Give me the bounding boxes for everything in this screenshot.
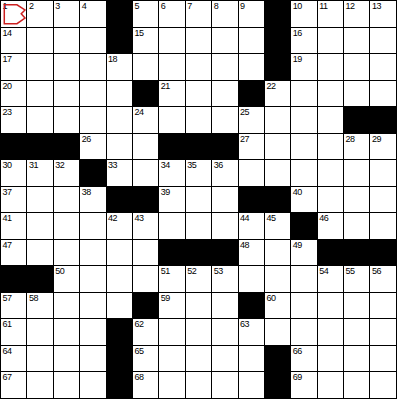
cell-r3c13[interactable] bbox=[318, 54, 343, 80]
cell-r14c5 bbox=[107, 346, 132, 372]
cell-r11c15[interactable]: 56 bbox=[370, 266, 395, 292]
cell-r9c7[interactable] bbox=[159, 213, 184, 239]
cell-r15c12[interactable]: 69 bbox=[291, 372, 316, 398]
cell-r11c3[interactable]: 50 bbox=[54, 266, 79, 292]
clue-number: 3 bbox=[55, 1, 60, 11]
cell-r13c15[interactable] bbox=[370, 319, 395, 345]
cell-r11c13[interactable]: 54 bbox=[318, 266, 343, 292]
cell-r6c4[interactable]: 26 bbox=[80, 134, 105, 160]
clue-number: 19 bbox=[293, 54, 302, 64]
clue-number: 43 bbox=[134, 213, 143, 223]
cell-r15c3[interactable] bbox=[54, 372, 79, 398]
cell-r11c11[interactable] bbox=[265, 266, 290, 292]
cell-r12c9[interactable] bbox=[212, 293, 237, 319]
cell-r12c7[interactable]: 59 bbox=[159, 293, 184, 319]
cell-r7c9[interactable]: 36 bbox=[212, 160, 237, 186]
clue-number: 11 bbox=[319, 1, 327, 11]
cell-r13c1[interactable]: 61 bbox=[1, 319, 26, 345]
cell-r8c3[interactable] bbox=[54, 187, 79, 213]
clue-number: 13 bbox=[372, 1, 381, 11]
clue-number: 5 bbox=[134, 1, 139, 11]
clue-number: 31 bbox=[29, 160, 38, 170]
clue-number: 38 bbox=[82, 187, 91, 197]
cell-r9c4[interactable] bbox=[80, 213, 105, 239]
cell-r12c15[interactable] bbox=[370, 293, 395, 319]
cell-r12c8[interactable] bbox=[186, 293, 211, 319]
cell-r11c6[interactable] bbox=[133, 266, 158, 292]
clue-number: 65 bbox=[134, 346, 143, 356]
cell-r9c1[interactable]: 41 bbox=[1, 213, 26, 239]
cell-r5c13[interactable] bbox=[318, 107, 343, 133]
clue-number: 21 bbox=[161, 81, 170, 91]
clue-number: 6 bbox=[161, 1, 166, 11]
clue-number: 28 bbox=[346, 134, 355, 144]
cell-r13c12[interactable] bbox=[291, 319, 316, 345]
cell-r5c1[interactable]: 23 bbox=[1, 107, 26, 133]
cell-r5c15 bbox=[370, 107, 395, 133]
cell-r14c13[interactable] bbox=[318, 346, 343, 372]
cell-r7c12[interactable] bbox=[291, 160, 316, 186]
cell-r5c12[interactable] bbox=[291, 107, 316, 133]
cell-r1c10[interactable]: 9 bbox=[239, 1, 264, 27]
crossword-app: 1234567891011121314151617181920212223242… bbox=[0, 0, 399, 400]
cell-r9c3[interactable] bbox=[54, 213, 79, 239]
cell-r8c4[interactable]: 38 bbox=[80, 187, 105, 213]
cell-r5c2[interactable] bbox=[27, 107, 52, 133]
cell-r8c9[interactable] bbox=[212, 187, 237, 213]
clue-number: 7 bbox=[187, 1, 192, 11]
cell-r5c9[interactable] bbox=[212, 107, 237, 133]
cell-r15c15[interactable] bbox=[370, 372, 395, 398]
cell-r12c10 bbox=[239, 293, 264, 319]
cell-r6c5[interactable] bbox=[107, 134, 132, 160]
cell-r3c2[interactable] bbox=[27, 54, 52, 80]
cell-r1c8[interactable]: 7 bbox=[186, 1, 211, 27]
cell-r6c1 bbox=[1, 134, 26, 160]
cell-r6c7 bbox=[159, 134, 184, 160]
cell-r8c11 bbox=[265, 187, 290, 213]
clue-number: 55 bbox=[346, 266, 355, 276]
cell-r1c6[interactable]: 5 bbox=[133, 1, 158, 27]
cell-r1c9[interactable]: 8 bbox=[212, 1, 237, 27]
clue-number: 15 bbox=[134, 28, 143, 38]
cell-r2c1[interactable]: 14 bbox=[1, 28, 26, 54]
cell-r15c9[interactable] bbox=[212, 372, 237, 398]
clue-number: 63 bbox=[240, 319, 249, 329]
clue-number: 20 bbox=[3, 81, 12, 91]
cell-r12c6 bbox=[133, 293, 158, 319]
cell-r6c3 bbox=[54, 134, 79, 160]
cell-r11c4[interactable] bbox=[80, 266, 105, 292]
cell-r7c14[interactable] bbox=[344, 160, 369, 186]
cell-r9c14[interactable] bbox=[344, 213, 369, 239]
cell-r7c10[interactable] bbox=[239, 160, 264, 186]
cell-r9c9[interactable] bbox=[212, 213, 237, 239]
cell-r9c8[interactable] bbox=[186, 213, 211, 239]
cell-r6c6[interactable] bbox=[133, 134, 158, 160]
cell-r10c14 bbox=[344, 240, 369, 266]
cell-r14c3[interactable] bbox=[54, 346, 79, 372]
cell-r2c12[interactable]: 16 bbox=[291, 28, 316, 54]
cell-r5c6[interactable]: 24 bbox=[133, 107, 158, 133]
cell-r14c8[interactable] bbox=[186, 346, 211, 372]
cell-r8c8[interactable] bbox=[186, 187, 211, 213]
cell-r13c13[interactable] bbox=[318, 319, 343, 345]
clue-number: 18 bbox=[108, 54, 117, 64]
cell-r3c11 bbox=[265, 54, 290, 80]
cell-r14c14[interactable] bbox=[344, 346, 369, 372]
cell-r2c8[interactable] bbox=[186, 28, 211, 54]
cell-r5c7[interactable] bbox=[159, 107, 184, 133]
cell-r6c15[interactable]: 29 bbox=[370, 134, 395, 160]
clue-number: 33 bbox=[108, 160, 117, 170]
clue-number: 25 bbox=[240, 107, 249, 117]
clue-number: 8 bbox=[214, 1, 219, 11]
clue-number: 59 bbox=[161, 293, 170, 303]
cell-r3c5[interactable]: 18 bbox=[107, 54, 132, 80]
cell-r5c3[interactable] bbox=[54, 107, 79, 133]
cell-r13c10[interactable]: 63 bbox=[239, 319, 264, 345]
cell-r4c6 bbox=[133, 81, 158, 107]
cell-r12c4[interactable] bbox=[80, 293, 105, 319]
clue-number: 45 bbox=[266, 213, 275, 223]
cell-r14c10[interactable] bbox=[239, 346, 264, 372]
clue-number: 30 bbox=[3, 160, 12, 170]
cell-r7c4 bbox=[80, 160, 105, 186]
cell-r7c15[interactable] bbox=[370, 160, 395, 186]
cell-r14c11 bbox=[265, 346, 290, 372]
cell-r8c15[interactable] bbox=[370, 187, 395, 213]
clue-number: 40 bbox=[293, 187, 302, 197]
cell-r3c10[interactable] bbox=[239, 54, 264, 80]
cell-r7c1[interactable]: 30 bbox=[1, 160, 26, 186]
cell-r9c6[interactable]: 43 bbox=[133, 213, 158, 239]
cell-r12c3[interactable] bbox=[54, 293, 79, 319]
cell-r1c11 bbox=[265, 1, 290, 27]
cell-r14c12[interactable]: 66 bbox=[291, 346, 316, 372]
cell-r8c1[interactable]: 37 bbox=[1, 187, 26, 213]
cell-r2c6[interactable]: 15 bbox=[133, 28, 158, 54]
clue-number: 57 bbox=[3, 293, 12, 303]
cell-r6c9 bbox=[212, 134, 237, 160]
clue-number: 53 bbox=[214, 266, 223, 276]
cell-r11c2 bbox=[27, 266, 52, 292]
cell-r4c10 bbox=[239, 81, 264, 107]
crossword-board: 1234567891011121314151617181920212223242… bbox=[0, 0, 397, 399]
clue-number: 51 bbox=[161, 266, 170, 276]
cell-r10c15 bbox=[370, 240, 395, 266]
cell-r2c4[interactable] bbox=[80, 28, 105, 54]
clue-number: 52 bbox=[187, 266, 196, 276]
cell-r1c13[interactable]: 11 bbox=[318, 1, 343, 27]
cell-r13c2[interactable] bbox=[27, 319, 52, 345]
cell-r8c10 bbox=[239, 187, 264, 213]
cell-r15c13[interactable] bbox=[318, 372, 343, 398]
cell-r7c2[interactable]: 31 bbox=[27, 160, 52, 186]
cell-r2c11 bbox=[265, 28, 290, 54]
cell-r1c1[interactable]: 1 bbox=[1, 1, 26, 27]
cell-r6c13[interactable] bbox=[318, 134, 343, 160]
cell-r11c7[interactable]: 51 bbox=[159, 266, 184, 292]
cell-r2c5 bbox=[107, 28, 132, 54]
cell-r10c2[interactable] bbox=[27, 240, 52, 266]
clue-number: 56 bbox=[372, 266, 381, 276]
cell-r10c12[interactable]: 49 bbox=[291, 240, 316, 266]
clue-number: 64 bbox=[3, 346, 12, 356]
cell-r1c14[interactable]: 12 bbox=[344, 1, 369, 27]
cell-r8c13[interactable] bbox=[318, 187, 343, 213]
cell-r2c14[interactable] bbox=[344, 28, 369, 54]
cell-r7c7[interactable]: 34 bbox=[159, 160, 184, 186]
clue-number: 29 bbox=[372, 134, 381, 144]
clue-number: 68 bbox=[134, 372, 143, 382]
clue-number: 34 bbox=[161, 160, 170, 170]
clue-number: 44 bbox=[240, 213, 249, 223]
cell-r10c1[interactable]: 47 bbox=[1, 240, 26, 266]
clue-number: 49 bbox=[293, 240, 302, 250]
cell-r12c13[interactable] bbox=[318, 293, 343, 319]
cell-r7c8[interactable]: 35 bbox=[186, 160, 211, 186]
clue-number: 69 bbox=[293, 372, 302, 382]
cell-r14c6[interactable]: 65 bbox=[133, 346, 158, 372]
cell-r4c14[interactable] bbox=[344, 81, 369, 107]
clue-number: 48 bbox=[240, 240, 249, 250]
clue-number: 41 bbox=[3, 213, 12, 223]
cell-r7c13[interactable] bbox=[318, 160, 343, 186]
cell-r15c6[interactable]: 68 bbox=[133, 372, 158, 398]
clue-number: 35 bbox=[187, 160, 196, 170]
cell-r4c9[interactable] bbox=[212, 81, 237, 107]
cell-r12c2[interactable]: 58 bbox=[27, 293, 52, 319]
cell-r4c12[interactable] bbox=[291, 81, 316, 107]
cell-r12c1[interactable]: 57 bbox=[1, 293, 26, 319]
clue-number: 66 bbox=[293, 346, 302, 356]
cell-r4c13[interactable] bbox=[318, 81, 343, 107]
clue-number: 23 bbox=[3, 107, 12, 117]
clue-number: 12 bbox=[346, 1, 355, 11]
cell-r2c10[interactable] bbox=[239, 28, 264, 54]
cell-r11c8[interactable]: 52 bbox=[186, 266, 211, 292]
cell-r3c3[interactable] bbox=[54, 54, 79, 80]
cell-r10c7 bbox=[159, 240, 184, 266]
cell-r4c4[interactable] bbox=[80, 81, 105, 107]
cell-r9c15[interactable] bbox=[370, 213, 395, 239]
cell-r10c3[interactable] bbox=[54, 240, 79, 266]
cell-r6c10[interactable]: 27 bbox=[239, 134, 264, 160]
cell-r9c12 bbox=[291, 213, 316, 239]
cell-r10c10[interactable]: 48 bbox=[239, 240, 264, 266]
cell-r6c8 bbox=[186, 134, 211, 160]
cell-r12c14[interactable] bbox=[344, 293, 369, 319]
clue-number: 37 bbox=[3, 187, 12, 197]
clue-number: 26 bbox=[82, 134, 91, 144]
cell-r11c14[interactable]: 55 bbox=[344, 266, 369, 292]
cell-r4c11[interactable]: 22 bbox=[265, 81, 290, 107]
clue-number: 60 bbox=[266, 293, 275, 303]
cell-r7c3[interactable]: 32 bbox=[54, 160, 79, 186]
cell-r2c3[interactable] bbox=[54, 28, 79, 54]
cell-r4c5[interactable] bbox=[107, 81, 132, 107]
cell-r8c12[interactable]: 40 bbox=[291, 187, 316, 213]
cell-r13c14[interactable] bbox=[344, 319, 369, 345]
cell-r3c12[interactable]: 19 bbox=[291, 54, 316, 80]
cell-r5c10[interactable]: 25 bbox=[239, 107, 264, 133]
cell-r5c11[interactable] bbox=[265, 107, 290, 133]
cell-r15c5 bbox=[107, 372, 132, 398]
cell-r9c10[interactable]: 44 bbox=[239, 213, 264, 239]
cell-r14c15[interactable] bbox=[370, 346, 395, 372]
clue-number: 27 bbox=[240, 134, 249, 144]
cell-r5c5[interactable] bbox=[107, 107, 132, 133]
clue-number: 62 bbox=[134, 319, 143, 329]
cell-r10c11[interactable] bbox=[265, 240, 290, 266]
cell-r5c14 bbox=[344, 107, 369, 133]
cell-r11c9[interactable]: 53 bbox=[212, 266, 237, 292]
clue-number: 67 bbox=[3, 372, 12, 382]
cell-r4c1[interactable]: 20 bbox=[1, 81, 26, 107]
cell-r3c4[interactable] bbox=[80, 54, 105, 80]
cell-r9c11[interactable]: 45 bbox=[265, 213, 290, 239]
cell-r7c11[interactable] bbox=[265, 160, 290, 186]
clue-number: 58 bbox=[29, 293, 38, 303]
cell-r13c11[interactable] bbox=[265, 319, 290, 345]
cell-r11c10[interactable] bbox=[239, 266, 264, 292]
cell-r6c11[interactable] bbox=[265, 134, 290, 160]
clue-number: 47 bbox=[3, 240, 12, 250]
cell-r14c1[interactable]: 64 bbox=[1, 346, 26, 372]
cell-r11c1 bbox=[1, 266, 26, 292]
cell-r10c4[interactable] bbox=[80, 240, 105, 266]
cell-r1c15[interactable]: 13 bbox=[370, 1, 395, 27]
cell-r13c4[interactable] bbox=[80, 319, 105, 345]
cell-r3c7[interactable] bbox=[159, 54, 184, 80]
cell-r12c12[interactable] bbox=[291, 293, 316, 319]
cell-r9c5[interactable]: 42 bbox=[107, 213, 132, 239]
cell-r15c10[interactable] bbox=[239, 372, 264, 398]
cell-r8c2[interactable] bbox=[27, 187, 52, 213]
cell-r3c15[interactable] bbox=[370, 54, 395, 80]
cell-r7c6[interactable] bbox=[133, 160, 158, 186]
cell-r3c9[interactable] bbox=[212, 54, 237, 80]
cell-r5c8[interactable] bbox=[186, 107, 211, 133]
cell-r15c1[interactable]: 67 bbox=[1, 372, 26, 398]
clue-number: 14 bbox=[3, 28, 12, 38]
clue-number: 2 bbox=[29, 1, 34, 11]
cell-r8c6 bbox=[133, 187, 158, 213]
cell-r2c13[interactable] bbox=[318, 28, 343, 54]
clue-number: 36 bbox=[214, 160, 223, 170]
cell-r4c15[interactable] bbox=[370, 81, 395, 107]
cell-r13c7[interactable] bbox=[159, 319, 184, 345]
cell-r13c6[interactable]: 62 bbox=[133, 319, 158, 345]
cell-r6c2 bbox=[27, 134, 52, 160]
cell-r13c9[interactable] bbox=[212, 319, 237, 345]
cell-r8c14[interactable] bbox=[344, 187, 369, 213]
cell-r7c5[interactable]: 33 bbox=[107, 160, 132, 186]
cell-r15c2[interactable] bbox=[27, 372, 52, 398]
cell-r10c5[interactable] bbox=[107, 240, 132, 266]
cell-r6c12[interactable] bbox=[291, 134, 316, 160]
cell-r4c7[interactable]: 21 bbox=[159, 81, 184, 107]
clue-number: 22 bbox=[266, 81, 275, 91]
cell-r3c14[interactable] bbox=[344, 54, 369, 80]
cell-r9c2[interactable] bbox=[27, 213, 52, 239]
cell-r5c4[interactable] bbox=[80, 107, 105, 133]
cell-r8c5 bbox=[107, 187, 132, 213]
clue-number: 16 bbox=[293, 28, 302, 38]
cell-r11c12[interactable] bbox=[291, 266, 316, 292]
clue-number: 50 bbox=[55, 266, 64, 276]
cell-r13c5 bbox=[107, 319, 132, 345]
cell-r2c15[interactable] bbox=[370, 28, 395, 54]
cell-r1c5 bbox=[107, 1, 132, 27]
cell-r2c7[interactable] bbox=[159, 28, 184, 54]
clue-number: 10 bbox=[293, 1, 302, 11]
clue-number: 61 bbox=[3, 319, 12, 329]
clue-number: 39 bbox=[161, 187, 170, 197]
cell-r2c2[interactable] bbox=[27, 28, 52, 54]
cell-r9c13[interactable]: 46 bbox=[318, 213, 343, 239]
clue-number: 42 bbox=[108, 213, 117, 223]
cell-r4c2[interactable] bbox=[27, 81, 52, 107]
clue-number: 17 bbox=[3, 54, 12, 64]
cell-r15c14[interactable] bbox=[344, 372, 369, 398]
cell-r12c5[interactable] bbox=[107, 293, 132, 319]
clue-number: 32 bbox=[55, 160, 64, 170]
clue-number: 9 bbox=[240, 1, 245, 11]
cell-r13c3[interactable] bbox=[54, 319, 79, 345]
cell-r15c11 bbox=[265, 372, 290, 398]
cell-r12c11[interactable]: 60 bbox=[265, 293, 290, 319]
cell-r1c7[interactable]: 6 bbox=[159, 1, 184, 27]
cell-r10c6[interactable] bbox=[133, 240, 158, 266]
cell-r3c1[interactable]: 17 bbox=[1, 54, 26, 80]
cell-r14c7[interactable] bbox=[159, 346, 184, 372]
cell-r14c9[interactable] bbox=[212, 346, 237, 372]
cell-r1c4[interactable]: 4 bbox=[80, 1, 105, 27]
cell-r15c8[interactable] bbox=[186, 372, 211, 398]
cell-r10c9 bbox=[212, 240, 237, 266]
cell-r3c8[interactable] bbox=[186, 54, 211, 80]
cell-r10c13 bbox=[318, 240, 343, 266]
cell-r6c14[interactable]: 28 bbox=[344, 134, 369, 160]
cell-r10c8 bbox=[186, 240, 211, 266]
cell-r15c7[interactable] bbox=[159, 372, 184, 398]
cell-r2c9[interactable] bbox=[212, 28, 237, 54]
cell-r1c2[interactable]: 2 bbox=[27, 1, 52, 27]
cell-r8c7[interactable]: 39 bbox=[159, 187, 184, 213]
cell-r14c2[interactable] bbox=[27, 346, 52, 372]
clue-number: 4 bbox=[82, 1, 87, 11]
cell-r14c4[interactable] bbox=[80, 346, 105, 372]
cell-r11c5[interactable] bbox=[107, 266, 132, 292]
cell-r1c3[interactable]: 3 bbox=[54, 1, 79, 27]
cell-r13c8[interactable] bbox=[186, 319, 211, 345]
cell-r3c6[interactable] bbox=[133, 54, 158, 80]
clue-number: 1 bbox=[3, 1, 8, 11]
cell-r4c3[interactable] bbox=[54, 81, 79, 107]
clue-number: 24 bbox=[134, 107, 143, 117]
clue-number: 46 bbox=[319, 213, 328, 223]
clue-number: 54 bbox=[319, 266, 328, 276]
cell-r4c8[interactable] bbox=[186, 81, 211, 107]
cell-r15c4[interactable] bbox=[80, 372, 105, 398]
cell-r1c12[interactable]: 10 bbox=[291, 1, 316, 27]
